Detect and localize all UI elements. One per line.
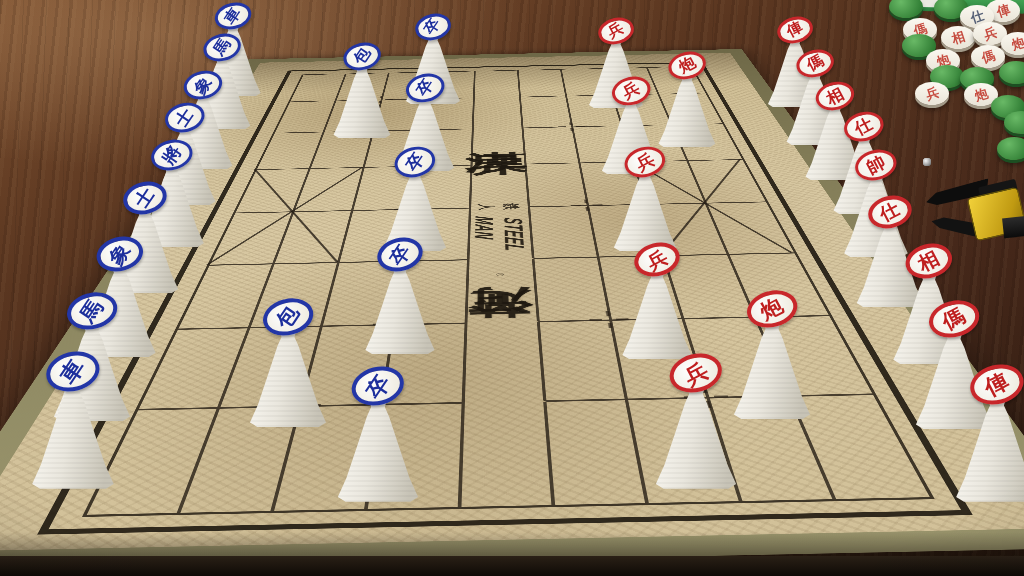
disc-white-face: 兵 (915, 82, 949, 105)
table-props: 俥仕傌相兵炮炮傌兵炮 (0, 0, 1024, 576)
table-edge-shadow (0, 532, 1024, 558)
disc-white-face: 相 (941, 26, 975, 49)
disc-green-back (999, 61, 1024, 84)
disc-green-back (1004, 111, 1024, 134)
screw-icon (923, 158, 931, 166)
disc-green-back (997, 137, 1024, 160)
disc-white-face: 炮 (1001, 32, 1024, 55)
disc-white-face: 傌 (971, 45, 1005, 68)
photo-scene: 漢界 鉄人 STEEL MAN ® 楚河 車馬象士將士象馬車包包卒卒卒卒卒兵兵兵… (0, 0, 1024, 576)
table-front-edge (0, 556, 1024, 576)
gripper-arm (1002, 214, 1024, 239)
disc-green-back (889, 0, 923, 18)
robot-gripper (923, 158, 1024, 270)
